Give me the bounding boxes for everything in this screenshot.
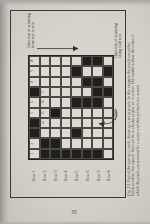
pixel-cell-white [103,56,114,66]
row-label: Row 3 [53,170,58,181]
a-pixel-label: a pixel [112,109,117,120]
row-label: Row 2 [42,170,47,181]
pixel-cell-white [71,118,82,128]
pixel-cell-white [71,108,82,118]
pixel-cell-white [103,138,114,148]
direction-label2-line2: along each row [118,23,123,58]
pixel-cell-white [40,77,51,87]
pixel-cell-white [50,56,61,66]
pixel-cell-white: 16 [40,97,51,107]
page-edge-shadow-bottom [0,221,150,224]
pixel-cell-black [103,87,114,97]
pixel-cell-black [29,118,40,128]
pixel-cell-white [50,87,61,97]
direction-label-line2: from row to row [31,13,36,48]
pixel-cell-white [50,118,61,128]
pixel-cell-white [103,97,114,107]
scan-order-number: 17 [41,90,44,93]
scan-order-number: 5 [31,112,34,114]
pixel-cell-white: 10 [29,56,40,66]
pixel-cell-white [61,128,72,138]
pixel-cell-white [82,66,93,76]
pixel-cell-black [29,87,40,97]
pixel-cell-white: 8 [29,77,40,87]
pixel-cell-black [50,108,61,118]
pixel-cell-white [82,128,93,138]
pixel-cell-white: 6 [29,97,40,107]
pixel-cell-black [50,149,61,159]
row-label: Row 8 [106,170,111,181]
scan-order-number: 6 [31,102,34,104]
pixel-cell-white [103,77,114,87]
pixel-cell-white [71,56,82,66]
pixel-cell-white [71,77,82,87]
pixel-cell-white [40,66,51,76]
pixel-cell-black [82,97,93,107]
pixel-cell-white: 1 [29,149,40,159]
pixel-cell-black [92,87,103,97]
pixel-cell-white [50,66,61,76]
pixel-cell-black [92,149,103,159]
pixel-cell-black [82,77,93,87]
direction-of-scanning-label-arrowed: Direction of scanning from row to row [26,13,35,48]
scanned-book-page: { "game": "raster pixel-image grid (book… [0,0,150,224]
pixel-cell-white [92,66,103,76]
pixel-cell-white [50,128,61,138]
pixel-cell-white: 5 [29,108,40,118]
pixel-cell-white [82,108,93,118]
pixel-cell-black [71,66,82,76]
pixel-cell-white [92,138,103,148]
pixel-cell-black [40,138,51,148]
pixel-cell-black [71,128,82,138]
pixel-cell-white [82,138,93,148]
pixel-cell-black [92,97,103,107]
pixel-cell-white [71,138,82,148]
pixel-cell-white [92,128,103,138]
caption-line: which the pixels are scanned by a raster… [135,35,140,196]
scan-order-number: 10 [31,59,34,62]
pixel-cell-black [71,97,82,107]
pixel-cell-white [103,149,114,159]
pixel-cell-black [61,149,72,159]
scan-order-number: 15 [41,111,44,114]
pixel-cell-white [61,87,72,97]
pixel-cell-white [40,128,51,138]
pixel-cell-black [92,77,103,87]
pixel-cell-white [40,56,51,66]
scan-order-number: 2 [31,143,34,145]
row-label: Row 5 [74,170,79,181]
pixel-cell-white [82,118,93,128]
pixel-cell-white: 14 [40,118,51,128]
row-label: Row 1 [31,170,36,181]
row-label: Row 4 [63,170,68,181]
pixel-cell-white [61,77,72,87]
pixel-cell-black [40,149,51,159]
pixel-cell-white [61,118,72,128]
scan-order-number: 16 [41,101,44,104]
row-label: Row 7 [96,170,101,181]
pixel-cell-white: 2 [29,138,40,148]
pixel-grid: 1098176165151421 [28,55,114,160]
direction-of-scanning-label-right: Direction of scanning along each row [113,23,122,58]
pixel-cell-white [61,97,72,107]
pixel-cell-white [82,87,93,97]
pixel-cell-white [92,108,103,118]
figure-caption: Fig. 3.1 Part of the face of a clock, dr… [126,35,140,196]
pixel-cell-white [61,138,72,148]
pixel-cell-white [61,66,72,76]
pixel-cell-black [71,149,82,159]
pixel-cell-black [103,66,114,76]
page-edge-shadow-top [0,0,150,6]
pixel-cell-white [71,87,82,97]
row-label: Row 6 [85,170,90,181]
pixel-cell-black [82,56,93,66]
pixel-cell-white: 9 [29,66,40,76]
pixel-cell-black [29,128,40,138]
pixel-cell-white: 15 [40,108,51,118]
pixel-cell-white: 17 [40,87,51,97]
pixel-cell-black [82,149,93,159]
pixel-cell-white [61,108,72,118]
scan-order-number: 14 [41,121,44,124]
pixel-cell-white [61,56,72,66]
page-edge-shadow-left [0,0,9,224]
scan-order-number: 1 [31,153,34,155]
page-number: 35 [67,209,80,215]
pixel-cell-white [92,118,103,128]
pixel-cell-white [103,128,114,138]
scan-order-number: 8 [31,81,34,83]
scan-order-number: 9 [31,71,34,73]
pixel-cell-black [92,56,103,66]
pixel-cell-black [50,138,61,148]
pixel-cell-white [50,77,61,87]
pixel-cell-white [50,97,61,107]
